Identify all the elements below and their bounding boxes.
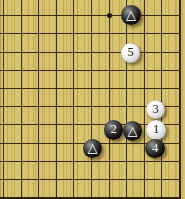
grid-line-vertical — [144, 0, 145, 199]
grid-line-horizontal — [0, 88, 181, 89]
grid-line-vertical — [109, 0, 110, 199]
board-edge-line-right — [179, 0, 181, 199]
stone-number-label: 1 — [153, 120, 159, 140]
stone-number-label: 3 — [152, 100, 158, 120]
stone-number-label: 5 — [127, 43, 133, 63]
grid-line-vertical — [91, 0, 92, 199]
stone-number-label: 4 — [152, 139, 158, 159]
grid-line-vertical — [56, 0, 57, 199]
triangle-mark: △ — [88, 138, 98, 158]
stone-black-triangle-mid: △ — [123, 121, 143, 141]
triangle-mark: △ — [128, 121, 138, 141]
grid-line-vertical — [38, 0, 39, 199]
stone-black-triangle-top: △ — [121, 5, 141, 25]
go-board[interactable]: △5314△2△ — [0, 0, 185, 199]
stone-black-2: 2 — [104, 120, 124, 140]
board-edge-line-bottom — [0, 197, 181, 199]
stone-white-5: 5 — [121, 43, 141, 63]
grid-line-horizontal — [0, 52, 181, 53]
stone-white-1: 1 — [146, 120, 166, 140]
go-diagram: △5314△2△ — [0, 0, 185, 199]
grid-line-vertical — [21, 0, 22, 199]
stone-number-label: 2 — [110, 120, 116, 140]
grid-line-vertical — [126, 0, 127, 199]
grid-line-horizontal — [0, 70, 181, 71]
stone-black-4: 4 — [145, 139, 165, 159]
grid-line-horizontal — [0, 161, 181, 162]
grid-line-vertical — [161, 0, 162, 199]
grid-line-vertical — [73, 0, 74, 199]
star-point — [107, 13, 112, 18]
grid-line-vertical — [3, 0, 4, 199]
grid-line-horizontal — [0, 33, 181, 34]
grid-line-horizontal — [0, 179, 181, 180]
stone-black-triangle-left: △ — [83, 139, 103, 159]
triangle-mark: △ — [126, 5, 136, 25]
grid-line-horizontal — [0, 15, 181, 16]
